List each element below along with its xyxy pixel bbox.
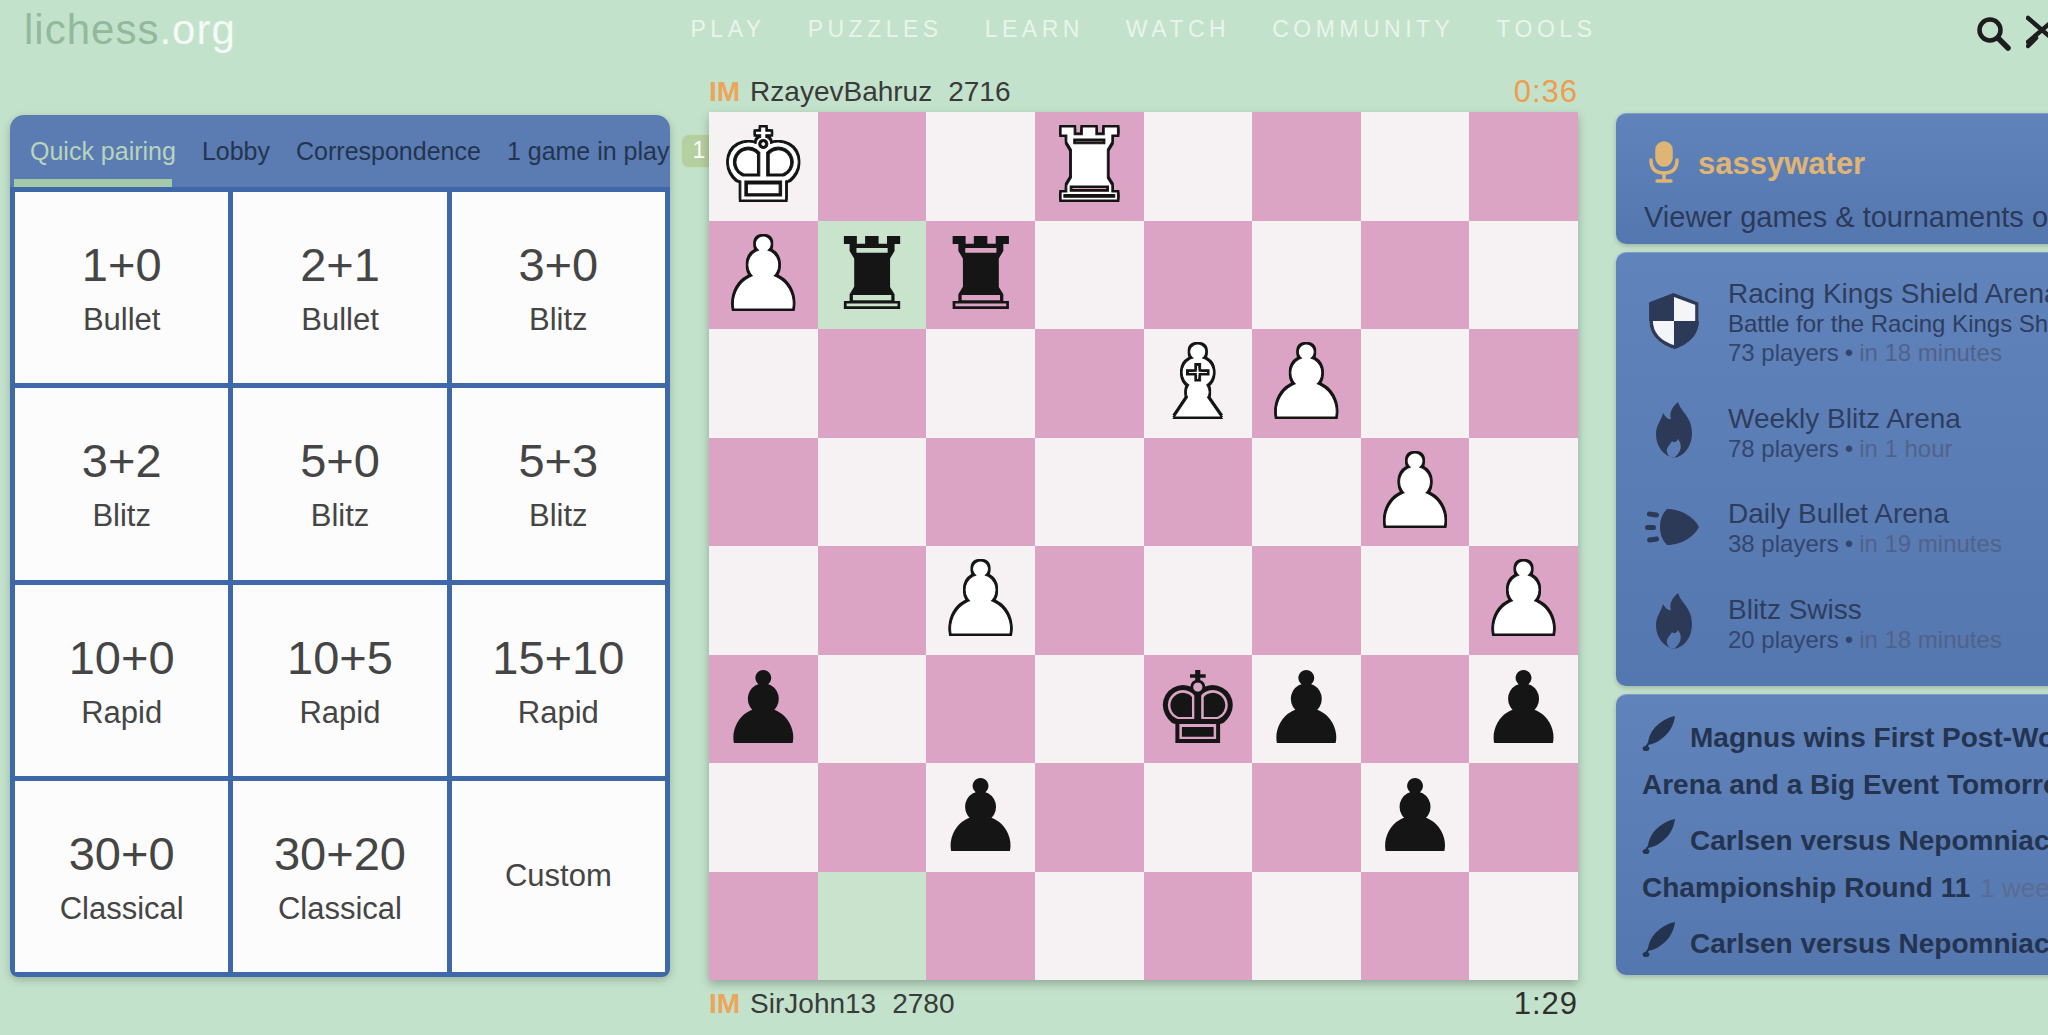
pool-perf: Rapid [81, 695, 162, 731]
square-g1[interactable] [818, 112, 927, 221]
pool-perf: Rapid [299, 695, 380, 731]
pool-10+5[interactable]: 10+5Rapid [233, 585, 446, 776]
square-d6[interactable]: ♚ [1144, 655, 1253, 764]
square-d4[interactable] [1144, 438, 1253, 547]
white-king: ♚ [718, 112, 808, 220]
square-g7[interactable] [818, 763, 927, 872]
square-g2[interactable]: ♜ [818, 221, 927, 330]
top-player-bar: IM RzayevBahruz 2716 0:36 [709, 74, 1578, 110]
square-e2[interactable] [1035, 221, 1144, 330]
pool-perf: Blitz [529, 498, 588, 534]
news-line1: Carlsen versus Nepomniachtchi: FIDE Worl… [1642, 818, 2048, 866]
news-line1: Carlsen versus Nepomniachtchi: FIDE Worl… [1642, 921, 2048, 969]
pool-2+1[interactable]: 2+1Bullet [233, 192, 446, 383]
separator-dot: • [1839, 339, 1859, 366]
square-g8[interactable] [818, 872, 927, 981]
crossed-swords-icon[interactable] [2026, 12, 2048, 58]
tournament-players: 78 players [1728, 435, 1839, 462]
pool-time: 10+0 [69, 630, 175, 685]
active-tab-underline [14, 179, 172, 187]
news-timestamp: 1 week ago [1980, 873, 2048, 903]
news-item[interactable]: Magnus wins First Post-World Championshi… [1642, 715, 2048, 807]
tournament-text: Daily Bullet Arena38 players•in 19 minut… [1728, 498, 2002, 559]
nav-link-puzzles[interactable]: PUZZLES [808, 16, 943, 43]
tab-1-game-in-play[interactable]: 1 game in play1 [507, 134, 716, 168]
news-title-part1: Magnus wins First Post-World Championshi… [1690, 722, 2048, 753]
tournament-title: Racing Kings Shield Arena [1728, 278, 2048, 309]
square-e4[interactable] [1035, 438, 1144, 547]
nav-link-play[interactable]: PLAY [691, 16, 766, 43]
tournament-item[interactable]: Daily Bullet Arena38 players•in 19 minut… [1616, 482, 2048, 575]
square-g3[interactable] [818, 329, 927, 438]
flame-icon [1648, 591, 1700, 657]
square-b6[interactable] [1361, 655, 1470, 764]
square-c8[interactable] [1252, 872, 1361, 981]
flame-icon [1648, 400, 1700, 466]
tournament-item[interactable]: Weekly Blitz Arena78 players•in 1 hour [1616, 384, 2048, 482]
square-c7[interactable] [1252, 763, 1361, 872]
square-b1[interactable] [1361, 112, 1470, 221]
square-c5[interactable] [1252, 546, 1361, 655]
black-rook: ♜ [936, 221, 1026, 329]
news-line2: Arena and a Big Event Tomorrow42 hours a… [1642, 763, 2048, 807]
pool-time: 30+0 [69, 826, 175, 881]
tournament-item[interactable]: Blitz Swiss20 players•in 18 minutes [1616, 575, 2048, 673]
pool-30+20[interactable]: 30+20Classical [233, 781, 446, 972]
lobby-panel: Quick pairingLobbyCorrespondence1 game i… [10, 115, 670, 977]
square-b5[interactable] [1361, 546, 1470, 655]
white-pawn: ♟ [1479, 546, 1569, 654]
player-clock: 1:29 [1514, 986, 1578, 1022]
square-b8[interactable] [1361, 872, 1470, 981]
microphone-icon [1644, 140, 1684, 188]
tab-correspondence[interactable]: Correspondence [296, 137, 481, 166]
logo-main: lichess [24, 6, 159, 53]
tournament-title: Daily Bullet Arena [1728, 498, 2002, 529]
square-f6[interactable] [926, 655, 1035, 764]
tournament-starts-in: in 18 minutes [1859, 339, 2002, 366]
square-f8[interactable] [926, 872, 1035, 981]
tournament-meta: 38 players•in 19 minutes [1728, 529, 2002, 559]
shield-icon [1645, 291, 1703, 355]
player-rating: 2716 [948, 76, 1010, 108]
lobby-tabs: Quick pairingLobbyCorrespondence1 game i… [10, 115, 670, 187]
player-title-badge: IM [709, 988, 740, 1020]
white-pawn: ♟ [1370, 438, 1460, 546]
streamer-card: sassywater Viewer games & tournaments on… [1616, 113, 2048, 244]
pool-5+3[interactable]: 5+3Blitz [452, 388, 665, 579]
pool-time: 3+2 [82, 433, 162, 488]
nav-link-community[interactable]: COMMUNITY [1272, 16, 1454, 43]
news-line2: Championship Round 111 week ago [1642, 866, 2048, 910]
tournaments-card: Racing Kings Shield ArenaBattle for the … [1616, 252, 2048, 686]
separator-dot: • [1839, 530, 1859, 557]
tournament-players: 20 players [1728, 626, 1839, 653]
news-title-part2: Championship Round 11 [1642, 872, 1970, 903]
player-rating: 2780 [892, 988, 954, 1020]
pool-time: 2+1 [300, 237, 380, 292]
streamer-name: sassywater [1698, 146, 1865, 182]
pool-perf: Bullet [83, 302, 161, 338]
pool-perf: Classical [60, 891, 184, 927]
nav-link-learn[interactable]: LEARN [985, 16, 1084, 43]
square-c2[interactable] [1252, 221, 1361, 330]
player-name[interactable]: SirJohn13 [750, 988, 876, 1020]
pool-time: 3+0 [518, 237, 598, 292]
news-line2: Championship Round 101 week ago [1642, 969, 2048, 975]
search-icon[interactable] [1972, 12, 2014, 58]
square-b2[interactable] [1361, 221, 1470, 330]
black-pawn: ♟ [1370, 763, 1460, 871]
square-c6[interactable]: ♟ [1252, 655, 1361, 764]
tournament-meta: 73 players•in 18 minutes [1728, 338, 2048, 368]
tournament-players: 38 players [1728, 530, 1839, 557]
black-pawn: ♟ [718, 655, 808, 763]
bullet-icon [1645, 502, 1703, 556]
pool-perf: Custom [505, 858, 612, 894]
pool-time: 5+3 [518, 433, 598, 488]
pool-time: 30+20 [274, 826, 406, 881]
tournament-starts-in: in 1 hour [1859, 435, 1952, 462]
bottom-player-bar: IM SirJohn13 2780 1:29 [709, 986, 1578, 1022]
square-e1[interactable]: ♜ [1035, 112, 1144, 221]
square-e8[interactable] [1035, 872, 1144, 981]
white-bishop: ♝ [1153, 329, 1243, 437]
square-h1[interactable]: ♚ [709, 112, 818, 221]
nav-link-watch[interactable]: WATCH [1126, 16, 1230, 43]
square-c4[interactable] [1252, 438, 1361, 547]
square-h5[interactable] [709, 546, 818, 655]
quick-pairing-grid: 1+0Bullet2+1Bullet3+0Blitz3+2Blitz5+0Bli… [10, 187, 670, 977]
tab-label: 1 game in play [507, 137, 670, 166]
pool-perf: Rapid [518, 695, 599, 731]
square-f7[interactable]: ♟ [926, 763, 1035, 872]
tournament-title: Blitz Swiss [1728, 594, 2002, 625]
square-h2[interactable]: ♟ [709, 221, 818, 330]
square-e7[interactable] [1035, 763, 1144, 872]
square-e6[interactable] [1035, 655, 1144, 764]
pool-perf: Blitz [92, 498, 151, 534]
top-navigation: PLAYPUZZLESLEARNWATCHCOMMUNITYTOOLS [709, 16, 1578, 43]
tournament-starts-in: in 19 minutes [1859, 530, 2002, 557]
square-h4[interactable] [709, 438, 818, 547]
square-a4[interactable] [1469, 438, 1578, 547]
tab-quick-pairing[interactable]: Quick pairing [30, 137, 176, 166]
square-a3[interactable] [1469, 329, 1578, 438]
tournament-starts-in: in 18 minutes [1859, 626, 2002, 653]
square-h7[interactable] [709, 763, 818, 872]
square-h6[interactable]: ♟ [709, 655, 818, 764]
pool-3+2[interactable]: 3+2Blitz [15, 388, 228, 579]
quill-icon [1642, 715, 1676, 763]
nav-link-tools[interactable]: TOOLS [1496, 16, 1596, 43]
news-item[interactable]: Carlsen versus Nepomniachtchi: FIDE Worl… [1642, 818, 2048, 910]
square-d2[interactable] [1144, 221, 1253, 330]
tab-label: Lobby [202, 137, 270, 166]
square-d5[interactable] [1144, 546, 1253, 655]
pool-time: 10+5 [287, 630, 393, 685]
square-f4[interactable] [926, 438, 1035, 547]
chess-board: ♚♜♟♜♜♝♟♟♟♟♟♚♟♟♟♟ [709, 112, 1578, 980]
square-d1[interactable] [1144, 112, 1253, 221]
player-title-badge: IM [709, 76, 740, 108]
tournament-players: 73 players [1728, 339, 1839, 366]
pool-3+0[interactable]: 3+0Blitz [452, 192, 665, 383]
pool-10+0[interactable]: 10+0Rapid [15, 585, 228, 776]
tournament-meta: 20 players•in 18 minutes [1728, 625, 2002, 655]
tournament-subtitle: Battle for the Racing Kings Shield [1728, 309, 2048, 338]
square-g5[interactable] [818, 546, 927, 655]
player-clock: 0:36 [1514, 74, 1578, 110]
black-pawn: ♟ [1262, 655, 1352, 763]
square-d3[interactable]: ♝ [1144, 329, 1253, 438]
pool-15+10[interactable]: 15+10Rapid [452, 585, 665, 776]
square-b4[interactable]: ♟ [1361, 438, 1470, 547]
flame-icon-wrap [1642, 591, 1706, 657]
square-g4[interactable] [818, 438, 927, 547]
black-rook: ♜ [827, 221, 917, 329]
square-a1[interactable] [1469, 112, 1578, 221]
pool-perf: Bullet [301, 302, 379, 338]
news-title-part2: Arena and a Big Event Tomorrow [1642, 769, 2048, 800]
player-name[interactable]: RzayevBahruz [750, 76, 932, 108]
pool-custom[interactable]: Custom [452, 781, 665, 972]
pool-time: 15+10 [492, 630, 624, 685]
white-pawn: ♟ [1262, 329, 1352, 437]
square-g6[interactable] [818, 655, 927, 764]
pool-perf: Blitz [529, 302, 588, 338]
site-logo[interactable]: lichess.org [24, 6, 236, 54]
tournament-meta: 78 players•in 1 hour [1728, 434, 1961, 464]
square-e3[interactable] [1035, 329, 1144, 438]
news-item[interactable]: Carlsen versus Nepomniachtchi: FIDE Worl… [1642, 921, 2048, 975]
square-e5[interactable] [1035, 546, 1144, 655]
square-a5[interactable]: ♟ [1469, 546, 1578, 655]
news-line1: Magnus wins First Post-World Championshi… [1642, 715, 2048, 763]
pool-5+0[interactable]: 5+0Blitz [233, 388, 446, 579]
square-f5[interactable]: ♟ [926, 546, 1035, 655]
pool-30+0[interactable]: 30+0Classical [15, 781, 228, 972]
square-d7[interactable] [1144, 763, 1253, 872]
shield-icon-wrap [1642, 291, 1706, 355]
pool-perf: Classical [278, 891, 402, 927]
pool-time: 5+0 [300, 433, 380, 488]
news-title-part1: Carlsen versus Nepomniachtchi: FIDE Worl… [1690, 928, 2048, 959]
separator-dot: • [1839, 435, 1859, 462]
black-king: ♚ [1153, 655, 1243, 763]
tab-label: Quick pairing [30, 137, 176, 166]
white-pawn: ♟ [718, 221, 808, 329]
news-card: Magnus wins First Post-World Championshi… [1616, 694, 2048, 975]
right-sidebar: sassywater Viewer games & tournaments on… [1616, 113, 2048, 983]
square-a7[interactable] [1469, 763, 1578, 872]
quill-icon [1642, 921, 1676, 969]
news-title-part1: Carlsen versus Nepomniachtchi: FIDE Worl… [1690, 825, 2048, 856]
square-a6[interactable]: ♟ [1469, 655, 1578, 764]
pool-1+0[interactable]: 1+0Bullet [15, 192, 228, 383]
white-pawn: ♟ [936, 546, 1026, 654]
logo-suffix: .org [159, 6, 235, 53]
streamer-tagline: Viewer games & tournaments on lichess [1644, 201, 2048, 234]
tournament-text: Weekly Blitz Arena78 players•in 1 hour [1728, 403, 1961, 464]
square-c1[interactable] [1252, 112, 1361, 221]
flame-icon-wrap [1642, 400, 1706, 466]
square-h3[interactable] [709, 329, 818, 438]
square-c3[interactable]: ♟ [1252, 329, 1361, 438]
tab-label: Correspondence [296, 137, 481, 166]
tab-lobby[interactable]: Lobby [202, 137, 270, 166]
white-rook: ♜ [1044, 112, 1134, 220]
square-b3[interactable] [1361, 329, 1470, 438]
square-f3[interactable] [926, 329, 1035, 438]
square-d8[interactable] [1144, 872, 1253, 981]
square-a2[interactable] [1469, 221, 1578, 330]
tournament-text: Racing Kings Shield ArenaBattle for the … [1728, 278, 2048, 368]
tournament-title: Weekly Blitz Arena [1728, 403, 1961, 434]
pool-perf: Blitz [311, 498, 370, 534]
square-h8[interactable] [709, 872, 818, 981]
square-b7[interactable]: ♟ [1361, 763, 1470, 872]
square-a8[interactable] [1469, 872, 1578, 981]
square-f2[interactable]: ♜ [926, 221, 1035, 330]
pool-time: 1+0 [82, 237, 162, 292]
black-pawn: ♟ [936, 763, 1026, 871]
bullet-icon-wrap [1642, 502, 1706, 556]
quill-icon [1642, 818, 1676, 866]
square-f1[interactable] [926, 112, 1035, 221]
streamer-link[interactable]: sassywater [1644, 140, 2048, 188]
tournament-item[interactable]: Racing Kings Shield ArenaBattle for the … [1616, 262, 2048, 384]
tournament-text: Blitz Swiss20 players•in 18 minutes [1728, 594, 2002, 655]
separator-dot: • [1839, 626, 1859, 653]
black-pawn: ♟ [1479, 655, 1569, 763]
